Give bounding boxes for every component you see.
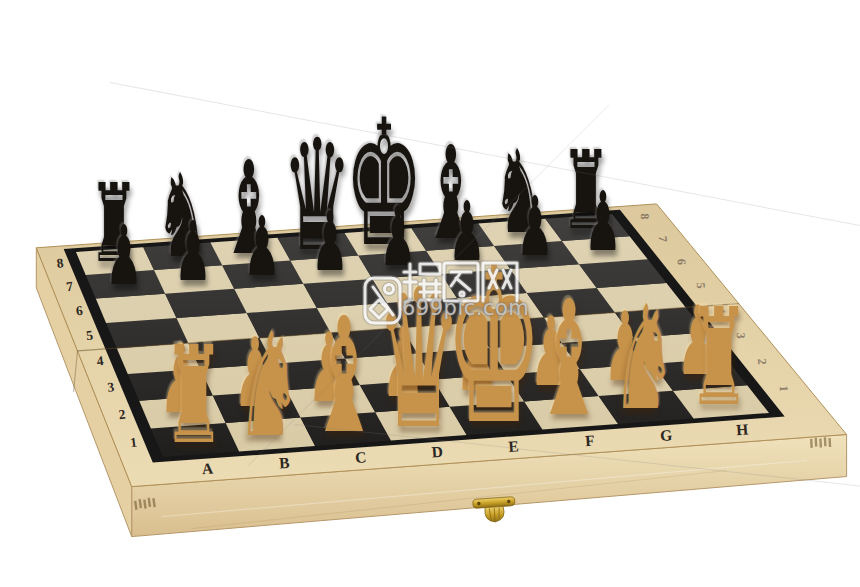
file-label-g: G	[659, 426, 672, 444]
rank-label-right-2: 2	[755, 358, 769, 364]
rank-label-right-3: 3	[734, 332, 748, 338]
watermark-brand-text: 摄图网	[402, 256, 522, 300]
rank-label-right-7: 7	[656, 236, 670, 242]
rank-label-right-8: 8	[638, 213, 652, 219]
file-label-d: D	[431, 443, 443, 461]
rank-label-right-5: 5	[694, 283, 708, 289]
file-label-e: E	[508, 437, 520, 455]
file-label-a: A	[201, 459, 214, 477]
file-label-h: H	[736, 421, 749, 439]
rank-label-right-6: 6	[674, 259, 688, 265]
rank-label-right-4: 4	[713, 307, 727, 313]
photo-stage: ABCDEFGH1122334455667788 ♜♞♝♛♚♝♞♜♟♟♟♟♟♟♟…	[0, 0, 860, 587]
brass-clasp	[473, 497, 517, 524]
watermark: 摄图网 699pic.com	[358, 254, 548, 338]
watermark-url-text: 699pic.com	[402, 296, 532, 320]
rank-label-right-1: 1	[777, 385, 791, 391]
file-label-c: C	[355, 448, 367, 466]
file-label-f: F	[585, 432, 596, 450]
file-label-b: B	[278, 454, 290, 472]
